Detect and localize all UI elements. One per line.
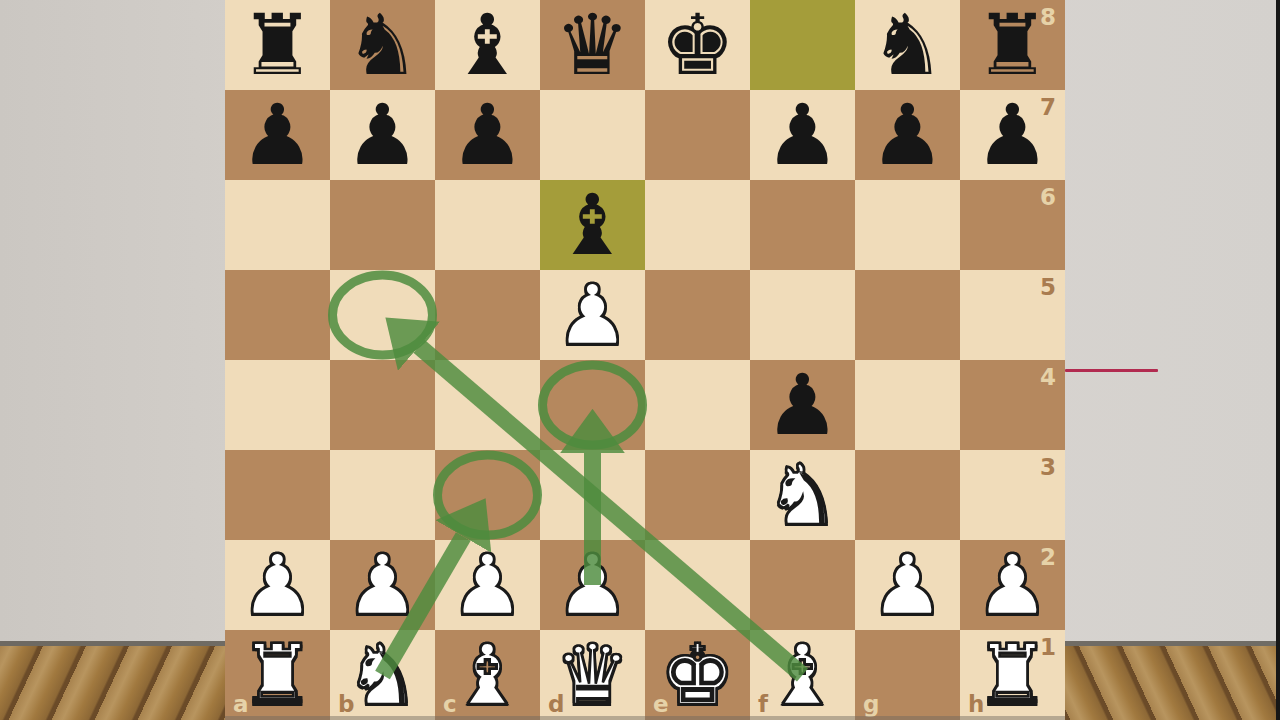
square-e6[interactable] [645,180,750,270]
square-a8[interactable]: ♜ [225,0,330,90]
square-c6[interactable] [435,180,540,270]
square-g1[interactable]: g [855,630,960,720]
rank-label-7: 7 [1040,96,1056,119]
black-king[interactable]: ♚ [645,0,750,90]
square-f3[interactable]: ♞ [750,450,855,540]
square-f6[interactable] [750,180,855,270]
square-b5[interactable] [330,270,435,360]
file-label-f: f [758,693,768,716]
square-e5[interactable] [645,270,750,360]
square-h4[interactable]: 4 [960,360,1065,450]
square-h8[interactable]: ♜8 [960,0,1065,90]
square-a1[interactable]: ♜a [225,630,330,720]
rank-label-2: 2 [1040,546,1056,569]
square-h6[interactable]: 6 [960,180,1065,270]
square-b6[interactable] [330,180,435,270]
square-f2[interactable] [750,540,855,630]
white-pawn[interactable]: ♟ [330,540,435,630]
square-d5[interactable]: ♟ [540,270,645,360]
square-b8[interactable]: ♞ [330,0,435,90]
square-e7[interactable] [645,90,750,180]
square-b1[interactable]: ♞b [330,630,435,720]
square-a7[interactable]: ♟ [225,90,330,180]
rank-label-4: 4 [1040,366,1056,389]
chess-board[interactable]: ♜♞♝♛♚♞♜8♟♟♟♟♟♟7♝6♟5♟4♞3♟♟♟♟♟♟2♜a♞b♝c♛d♚e… [225,0,1065,720]
black-pawn[interactable]: ♟ [750,90,855,180]
screen-right-edge [1276,0,1280,720]
red-pointer-line [1065,369,1158,372]
square-e4[interactable] [645,360,750,450]
square-b7[interactable]: ♟ [330,90,435,180]
black-pawn[interactable]: ♟ [330,90,435,180]
white-pawn[interactable]: ♟ [225,540,330,630]
square-g7[interactable]: ♟ [855,90,960,180]
file-label-g: g [863,693,879,716]
rank-label-8: 8 [1040,6,1056,29]
square-g4[interactable] [855,360,960,450]
square-c5[interactable] [435,270,540,360]
black-queen[interactable]: ♛ [540,0,645,90]
rank-label-5: 5 [1040,276,1056,299]
rank-label-3: 3 [1040,456,1056,479]
square-h1[interactable]: ♜1h [960,630,1065,720]
square-f7[interactable]: ♟ [750,90,855,180]
square-d2[interactable]: ♟ [540,540,645,630]
square-e8[interactable]: ♚ [645,0,750,90]
file-label-h: h [968,693,984,716]
black-pawn[interactable]: ♟ [750,360,855,450]
white-pawn[interactable]: ♟ [855,540,960,630]
black-rook[interactable]: ♜ [225,0,330,90]
square-c2[interactable]: ♟ [435,540,540,630]
square-a4[interactable] [225,360,330,450]
square-c8[interactable]: ♝ [435,0,540,90]
white-pawn[interactable]: ♟ [540,270,645,360]
file-label-b: b [338,693,354,716]
file-label-a: a [233,693,249,716]
square-f8[interactable] [750,0,855,90]
black-pawn[interactable]: ♟ [855,90,960,180]
square-e1[interactable]: ♚e [645,630,750,720]
white-pawn[interactable]: ♟ [540,540,645,630]
slide-scene: ♜♞♝♛♚♞♜8♟♟♟♟♟♟7♝6♟5♟4♞3♟♟♟♟♟♟2♜a♞b♝c♛d♚e… [0,0,1280,720]
square-h2[interactable]: ♟2 [960,540,1065,630]
square-d1[interactable]: ♛d [540,630,645,720]
square-d7[interactable] [540,90,645,180]
white-pawn[interactable]: ♟ [435,540,540,630]
square-a2[interactable]: ♟ [225,540,330,630]
square-g5[interactable] [855,270,960,360]
black-knight[interactable]: ♞ [330,0,435,90]
black-bishop[interactable]: ♝ [540,180,645,270]
square-f1[interactable]: ♝f [750,630,855,720]
square-h3[interactable]: 3 [960,450,1065,540]
square-d3[interactable] [540,450,645,540]
square-g2[interactable]: ♟ [855,540,960,630]
square-a5[interactable] [225,270,330,360]
square-d8[interactable]: ♛ [540,0,645,90]
square-c1[interactable]: ♝c [435,630,540,720]
square-c3[interactable] [435,450,540,540]
black-pawn[interactable]: ♟ [225,90,330,180]
square-c7[interactable]: ♟ [435,90,540,180]
square-b3[interactable] [330,450,435,540]
white-knight[interactable]: ♞ [750,450,855,540]
black-bishop[interactable]: ♝ [435,0,540,90]
square-b2[interactable]: ♟ [330,540,435,630]
square-d4[interactable] [540,360,645,450]
board-bottom-shadow [225,716,1065,720]
square-f4[interactable]: ♟ [750,360,855,450]
square-g3[interactable] [855,450,960,540]
square-a3[interactable] [225,450,330,540]
file-label-c: c [443,693,457,716]
black-knight[interactable]: ♞ [855,0,960,90]
square-h5[interactable]: 5 [960,270,1065,360]
square-h7[interactable]: ♟7 [960,90,1065,180]
rank-label-1: 1 [1040,636,1056,659]
square-b4[interactable] [330,360,435,450]
square-a6[interactable] [225,180,330,270]
square-g6[interactable] [855,180,960,270]
square-g8[interactable]: ♞ [855,0,960,90]
square-e2[interactable] [645,540,750,630]
square-c4[interactable] [435,360,540,450]
square-e3[interactable] [645,450,750,540]
file-label-e: e [653,693,669,716]
square-f5[interactable] [750,270,855,360]
square-d6[interactable]: ♝ [540,180,645,270]
rank-label-6: 6 [1040,186,1056,209]
file-label-d: d [548,693,564,716]
black-pawn[interactable]: ♟ [435,90,540,180]
